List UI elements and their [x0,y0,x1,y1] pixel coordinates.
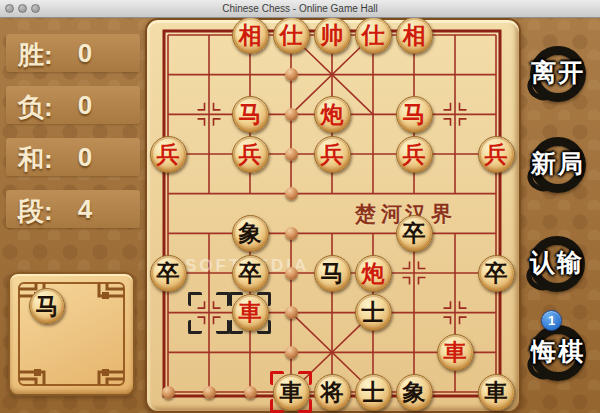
board-piece-red[interactable]: 马 [232,96,269,133]
move-hint-dot[interactable] [285,227,298,240]
new-game-button[interactable]: 新局 [498,136,600,194]
title-bar: Chinese Chess - Online Game Hall [0,0,600,18]
board-piece-red[interactable]: 仕 [273,17,310,54]
move-hint-dot[interactable] [285,267,298,280]
board-piece-black[interactable]: 卒 [232,255,269,292]
board-piece-black[interactable]: 車 [273,374,310,411]
board-piece-black[interactable]: 象 [232,215,269,252]
stat-value: 0 [68,90,102,121]
board-piece-red[interactable]: 仕 [355,17,392,54]
board-piece-black[interactable]: 卒 [150,255,187,292]
stat-label: 胜: [18,38,53,73]
board-piece-red[interactable]: 兵 [150,136,187,173]
move-hint-dot[interactable] [162,386,175,399]
stat-value: 0 [68,38,102,69]
app-window: Chinese Chess - Online Game Hall 胜: 0 负:… [0,0,600,413]
board-piece-red[interactable]: 炮 [314,96,351,133]
move-hint-dot[interactable] [285,187,298,200]
board-piece-red[interactable]: 車 [232,294,269,331]
stat-label: 和: [18,142,53,177]
captured-pieces-tray: 马 [8,272,135,396]
board-piece-black[interactable]: 卒 [396,215,433,252]
board-piece-red[interactable]: 马 [396,96,433,133]
board-piece-red[interactable]: 兵 [396,136,433,173]
board-piece-black[interactable]: 士 [355,374,392,411]
board-piece-red[interactable]: 帅 [314,17,351,54]
undo-button[interactable]: 悔棋 [498,324,600,382]
board-piece-red[interactable]: 炮 [355,255,392,292]
stat-row-draws: 和: 0 [6,138,140,176]
board-piece-red[interactable]: 兵 [232,136,269,173]
stat-label: 负: [18,90,53,125]
leave-button[interactable]: 离开 [498,45,600,103]
stat-value: 0 [68,142,102,173]
board-piece-black[interactable]: 将 [314,374,351,411]
move-hint-dot[interactable] [285,346,298,359]
xiangqi-board: 楚河 汉界 SOFTPEDIA 相仕帅仕相马炮马兵兵兵兵兵象卒卒卒马炮卒車士車車… [145,18,521,413]
stat-row-wins: 胜: 0 [6,34,140,72]
captured-piece-black: 马 [29,288,65,324]
move-hint-dot[interactable] [285,68,298,81]
board-piece-red[interactable]: 兵 [314,136,351,173]
stat-row-rank: 段: 4 [6,190,140,228]
window-title: Chinese Chess - Online Game Hall [0,3,600,14]
stat-row-losses: 负: 0 [6,86,140,124]
board-piece-red[interactable]: 車 [437,334,474,371]
board-piece-black[interactable]: 象 [396,374,433,411]
board-inner: 楚河 汉界 SOFTPEDIA 相仕帅仕相马炮马兵兵兵兵兵象卒卒卒马炮卒車士車車… [147,20,519,411]
move-hint-dot[interactable] [244,386,257,399]
board-piece-black[interactable]: 马 [314,255,351,292]
board-piece-black[interactable]: 士 [355,294,392,331]
move-hint-dot[interactable] [285,148,298,161]
move-hint-dot[interactable] [285,306,298,319]
new-game-label: 新局 [498,147,600,180]
stat-label: 段: [18,194,53,229]
move-hint-dot[interactable] [285,108,298,121]
stat-value: 4 [68,194,102,225]
resign-button[interactable]: 认输 [497,235,600,293]
resign-label: 认输 [497,246,600,279]
undo-count-badge: 1 [541,310,562,331]
move-hint-dot[interactable] [203,386,216,399]
leave-label: 离开 [498,56,600,89]
tray-ornament [10,274,133,394]
board-piece-red[interactable]: 相 [232,17,269,54]
board-piece-red[interactable]: 相 [396,17,433,54]
undo-label: 悔棋 [498,335,600,368]
